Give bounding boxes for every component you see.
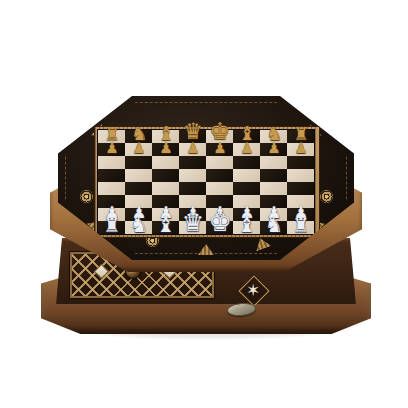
square-e6 (206, 156, 233, 169)
square-a7 (98, 143, 125, 156)
square-c8 (152, 130, 179, 143)
square-g4 (260, 182, 287, 195)
square-f1 (233, 221, 260, 234)
square-h1 (287, 221, 314, 234)
square-b2 (125, 208, 152, 221)
square-h2 (287, 208, 314, 221)
square-c3 (152, 195, 179, 208)
square-h7 (287, 143, 314, 156)
square-h5 (287, 169, 314, 182)
square-g8 (260, 130, 287, 143)
star-inlay-icon: ✶ (240, 277, 266, 303)
square-c2 (152, 208, 179, 221)
scene: ✶ ♜♞♝♛♚♝♞♜♟♟♟♟♟♟♟♟♟♟♟♟♟♟♟♟♜♞♝♛♚♝♞♜ (0, 0, 408, 408)
square-c1 (152, 221, 179, 234)
square-f8 (233, 130, 260, 143)
square-a3 (98, 195, 125, 208)
square-a6 (98, 156, 125, 169)
square-a5 (98, 169, 125, 182)
square-a1 (98, 221, 125, 234)
square-a4 (98, 182, 125, 195)
square-d7 (179, 143, 206, 156)
square-d3 (179, 195, 206, 208)
square-f2 (233, 208, 260, 221)
square-g2 (260, 208, 287, 221)
square-g7 (260, 143, 287, 156)
square-d2 (179, 208, 206, 221)
square-c6 (152, 156, 179, 169)
square-g3 (260, 195, 287, 208)
mosaic-border-band (94, 126, 320, 238)
square-e4 (206, 182, 233, 195)
square-c5 (152, 169, 179, 182)
square-d4 (179, 182, 206, 195)
square-b6 (125, 156, 152, 169)
board-top (58, 96, 354, 260)
square-h3 (287, 195, 314, 208)
square-b5 (125, 169, 152, 182)
square-b4 (125, 182, 152, 195)
square-a8 (98, 130, 125, 143)
chessboard (98, 130, 314, 234)
square-c7 (152, 143, 179, 156)
square-f6 (233, 156, 260, 169)
square-h6 (287, 156, 314, 169)
square-f4 (233, 182, 260, 195)
square-c4 (152, 182, 179, 195)
square-b8 (125, 130, 152, 143)
square-b1 (125, 221, 152, 234)
square-g5 (260, 169, 287, 182)
square-b7 (125, 143, 152, 156)
square-f7 (233, 143, 260, 156)
square-b3 (125, 195, 152, 208)
rosette-inlay-icon (146, 234, 159, 247)
square-d6 (179, 156, 206, 169)
square-d5 (179, 169, 206, 182)
square-e5 (206, 169, 233, 182)
square-e2 (206, 208, 233, 221)
square-e3 (206, 195, 233, 208)
rosette-inlay-icon (80, 190, 93, 203)
square-h4 (287, 182, 314, 195)
fan-inlay-icon (253, 236, 272, 252)
square-h8 (287, 130, 314, 143)
square-f5 (233, 169, 260, 182)
square-e8 (206, 130, 233, 143)
square-g6 (260, 156, 287, 169)
square-e1 (206, 221, 233, 234)
fan-inlay-icon (198, 244, 214, 255)
square-d1 (179, 221, 206, 234)
rosette-inlay-icon (320, 190, 333, 203)
square-g1 (260, 221, 287, 234)
square-d8 (179, 130, 206, 143)
square-f3 (233, 195, 260, 208)
square-a2 (98, 208, 125, 221)
square-e7 (206, 143, 233, 156)
